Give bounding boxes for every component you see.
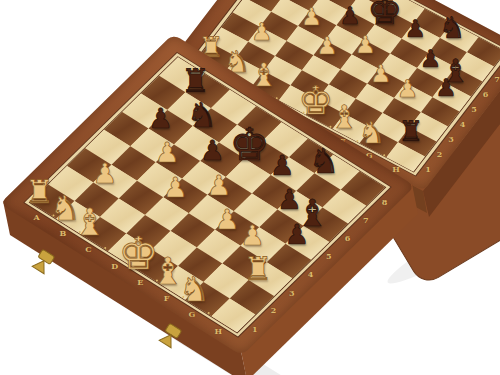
black-P-glyph: ♟ bbox=[200, 138, 225, 166]
black-P-glyph: ♟ bbox=[148, 105, 173, 133]
black-P-glyph: ♟ bbox=[270, 152, 295, 180]
piece-black-N-g8: ♞ bbox=[315, 155, 359, 189]
white-P-glyph: ♟ bbox=[163, 174, 188, 202]
white-P-glyph: ♟ bbox=[240, 223, 265, 251]
white-B-glyph: ♝ bbox=[73, 204, 106, 241]
piece-white-P-d4: ♟ bbox=[163, 179, 207, 213]
white-P-glyph: ♟ bbox=[92, 159, 117, 187]
black-P-glyph: ♟ bbox=[285, 221, 310, 249]
rank-label-8: 8 bbox=[373, 186, 395, 218]
white-N-glyph: ♞ bbox=[179, 272, 210, 306]
piece-white-P-b3: ♟ bbox=[93, 164, 137, 198]
file-label-h: H bbox=[202, 319, 235, 341]
product-photo-stage: ♜♞♞♚♟♟♟♟♝♟♟♟♟♟♟♟♜♜♞♝♚♝♞ ABCDEFGH 1234567… bbox=[0, 0, 500, 375]
black-R-glyph: ♜ bbox=[181, 65, 210, 97]
white-P-glyph: ♟ bbox=[214, 206, 239, 234]
white-R-glyph: ♜ bbox=[244, 253, 273, 285]
white-P-glyph: ♟ bbox=[155, 139, 180, 167]
white-P-glyph: ♟ bbox=[207, 172, 232, 200]
